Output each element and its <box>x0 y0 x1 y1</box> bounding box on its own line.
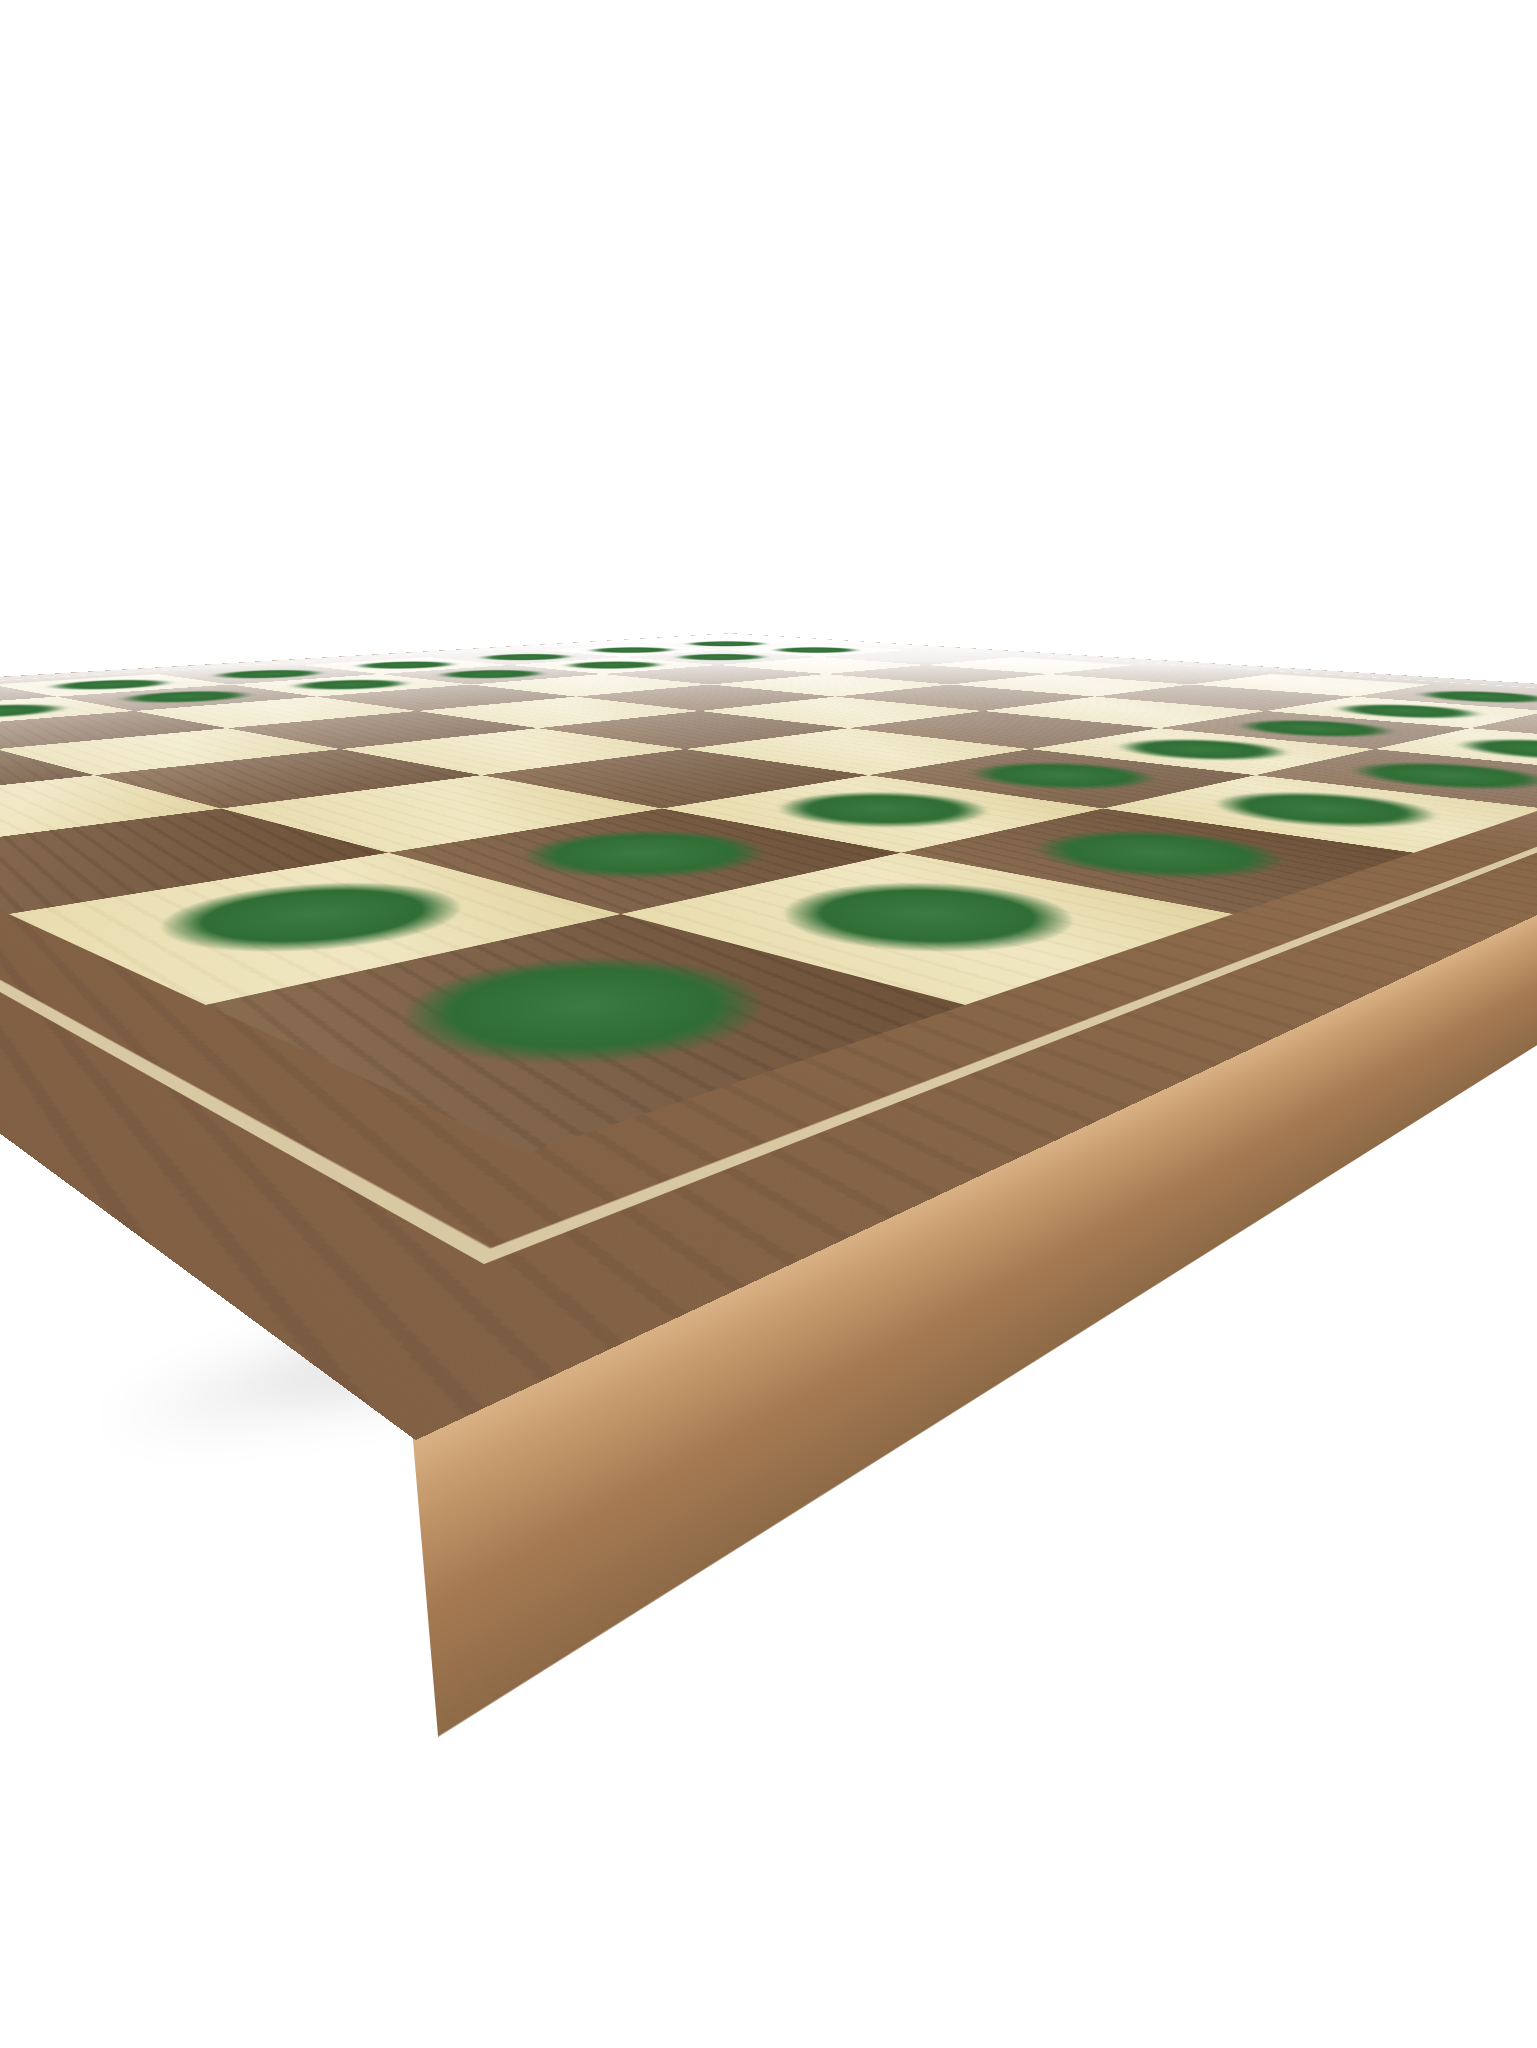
chess-board: ♜♞♝♚♛♝♞♜♟♟♟♟♟♟♟♟♟♟♟♟♟♟♟♟♜♞♝♚♛♝♞♜ <box>0 633 1537 1440</box>
piece-anchor-h8: ♜ <box>206 914 966 1153</box>
piece-glyph: ♜ <box>212 231 958 1064</box>
photo-stage: ♜♞♝♚♛♝♞♜♟♟♟♟♟♟♟♟♟♟♟♟♟♟♟♟♜♞♝♚♛♝♞♜ <box>0 0 1537 2048</box>
